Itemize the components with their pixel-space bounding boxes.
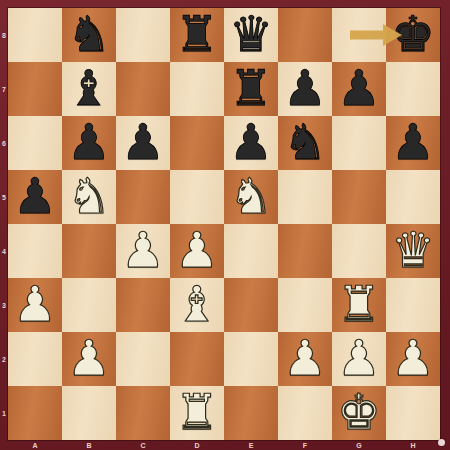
square-b7[interactable]: ♝ <box>62 62 116 116</box>
square-c8[interactable] <box>116 8 170 62</box>
white-pawn-a3[interactable]: ♟ <box>8 278 62 332</box>
square-f2[interactable]: ♟ <box>278 332 332 386</box>
white-pawn-d4[interactable]: ♟ <box>170 224 224 278</box>
square-e2[interactable] <box>224 332 278 386</box>
square-g4[interactable] <box>332 224 386 278</box>
white-knight-b5[interactable]: ♞ <box>62 170 116 224</box>
square-a7[interactable] <box>8 62 62 116</box>
square-e8[interactable]: ♛ <box>224 8 278 62</box>
white-pawn-b2[interactable]: ♟ <box>62 332 116 386</box>
square-f4[interactable] <box>278 224 332 278</box>
square-h3[interactable] <box>386 278 440 332</box>
white-pawn-c4[interactable]: ♟ <box>116 224 170 278</box>
square-e1[interactable] <box>224 386 278 440</box>
rank-label-6: 6 <box>0 116 8 170</box>
white-pawn-g2[interactable]: ♟ <box>332 332 386 386</box>
square-a4[interactable] <box>8 224 62 278</box>
square-d4[interactable]: ♟ <box>170 224 224 278</box>
square-h7[interactable] <box>386 62 440 116</box>
white-pawn-f2[interactable]: ♟ <box>278 332 332 386</box>
square-g7[interactable]: ♟ <box>332 62 386 116</box>
square-h2[interactable]: ♟ <box>386 332 440 386</box>
file-label-h: H <box>386 440 440 450</box>
black-pawn-h6[interactable]: ♟ <box>386 116 440 170</box>
square-e7[interactable]: ♜ <box>224 62 278 116</box>
square-d6[interactable] <box>170 116 224 170</box>
rank-label-7: 7 <box>0 62 8 116</box>
file-label-f: F <box>278 440 332 450</box>
black-knight-b8[interactable]: ♞ <box>62 8 116 62</box>
rank-label-3: 3 <box>0 278 8 332</box>
square-h6[interactable]: ♟ <box>386 116 440 170</box>
square-d2[interactable] <box>170 332 224 386</box>
rank-label-2: 2 <box>0 332 8 386</box>
square-d3[interactable]: ♝ <box>170 278 224 332</box>
square-c2[interactable] <box>116 332 170 386</box>
square-b6[interactable]: ♟ <box>62 116 116 170</box>
square-a6[interactable] <box>8 116 62 170</box>
square-b5[interactable]: ♞ <box>62 170 116 224</box>
square-f8[interactable] <box>278 8 332 62</box>
file-label-c: C <box>116 440 170 450</box>
square-g5[interactable] <box>332 170 386 224</box>
square-e4[interactable] <box>224 224 278 278</box>
square-g1[interactable]: ♚ <box>332 386 386 440</box>
square-a8[interactable] <box>8 8 62 62</box>
square-f5[interactable] <box>278 170 332 224</box>
square-e3[interactable] <box>224 278 278 332</box>
file-label-b: B <box>62 440 116 450</box>
square-f7[interactable]: ♟ <box>278 62 332 116</box>
white-rook-g3[interactable]: ♜ <box>332 278 386 332</box>
white-rook-d1[interactable]: ♜ <box>170 386 224 440</box>
square-h4[interactable]: ♛ <box>386 224 440 278</box>
file-label-d: D <box>170 440 224 450</box>
square-b2[interactable]: ♟ <box>62 332 116 386</box>
black-king-h8[interactable]: ♚ <box>386 8 440 62</box>
square-h5[interactable] <box>386 170 440 224</box>
white-pawn-h2[interactable]: ♟ <box>386 332 440 386</box>
square-c3[interactable] <box>116 278 170 332</box>
square-g8[interactable] <box>332 8 386 62</box>
file-label-g: G <box>332 440 386 450</box>
black-bishop-b7[interactable]: ♝ <box>62 62 116 116</box>
square-a5[interactable]: ♟ <box>8 170 62 224</box>
white-queen-h4[interactable]: ♛ <box>386 224 440 278</box>
square-d5[interactable] <box>170 170 224 224</box>
black-pawn-c6[interactable]: ♟ <box>116 116 170 170</box>
square-b1[interactable] <box>62 386 116 440</box>
black-pawn-g7[interactable]: ♟ <box>332 62 386 116</box>
square-f6[interactable]: ♞ <box>278 116 332 170</box>
square-d7[interactable] <box>170 62 224 116</box>
black-pawn-e6[interactable]: ♟ <box>224 116 278 170</box>
square-b8[interactable]: ♞ <box>62 8 116 62</box>
square-a2[interactable] <box>8 332 62 386</box>
side-to-move-dot <box>438 439 445 446</box>
square-c4[interactable]: ♟ <box>116 224 170 278</box>
square-b4[interactable] <box>62 224 116 278</box>
black-pawn-b6[interactable]: ♟ <box>62 116 116 170</box>
square-a3[interactable]: ♟ <box>8 278 62 332</box>
square-h1[interactable] <box>386 386 440 440</box>
chess-board: ♞♜♛♚♝♜♟♟♟♟♟♞♟♟♞♞♟♟♛♟♝♜♟♟♟♟♜♚ <box>8 8 440 440</box>
square-c6[interactable]: ♟ <box>116 116 170 170</box>
black-rook-d8[interactable]: ♜ <box>170 8 224 62</box>
chess-board-frame: ♞♜♛♚♝♜♟♟♟♟♟♞♟♟♞♞♟♟♛♟♝♜♟♟♟♟♜♚ 87654321 AB… <box>0 0 450 450</box>
white-king-g1[interactable]: ♚ <box>332 386 386 440</box>
square-c1[interactable] <box>116 386 170 440</box>
white-bishop-d3[interactable]: ♝ <box>170 278 224 332</box>
rank-label-5: 5 <box>0 170 8 224</box>
file-label-e: E <box>224 440 278 450</box>
rank-label-1: 1 <box>0 386 8 440</box>
black-pawn-f7[interactable]: ♟ <box>278 62 332 116</box>
square-f3[interactable] <box>278 278 332 332</box>
white-knight-e5[interactable]: ♞ <box>224 170 278 224</box>
square-g3[interactable]: ♜ <box>332 278 386 332</box>
rank-label-8: 8 <box>0 8 8 62</box>
square-d1[interactable]: ♜ <box>170 386 224 440</box>
black-rook-e7[interactable]: ♜ <box>224 62 278 116</box>
square-g2[interactable]: ♟ <box>332 332 386 386</box>
square-c7[interactable] <box>116 62 170 116</box>
square-d8[interactable]: ♜ <box>170 8 224 62</box>
square-a1[interactable] <box>8 386 62 440</box>
square-b3[interactable] <box>62 278 116 332</box>
file-label-a: A <box>8 440 62 450</box>
square-g6[interactable] <box>332 116 386 170</box>
square-e5[interactable]: ♞ <box>224 170 278 224</box>
square-f1[interactable] <box>278 386 332 440</box>
rank-label-4: 4 <box>0 224 8 278</box>
square-h8[interactable]: ♚ <box>386 8 440 62</box>
black-knight-f6[interactable]: ♞ <box>278 116 332 170</box>
black-pawn-a5[interactable]: ♟ <box>8 170 62 224</box>
square-c5[interactable] <box>116 170 170 224</box>
square-e6[interactable]: ♟ <box>224 116 278 170</box>
black-queen-e8[interactable]: ♛ <box>224 8 278 62</box>
